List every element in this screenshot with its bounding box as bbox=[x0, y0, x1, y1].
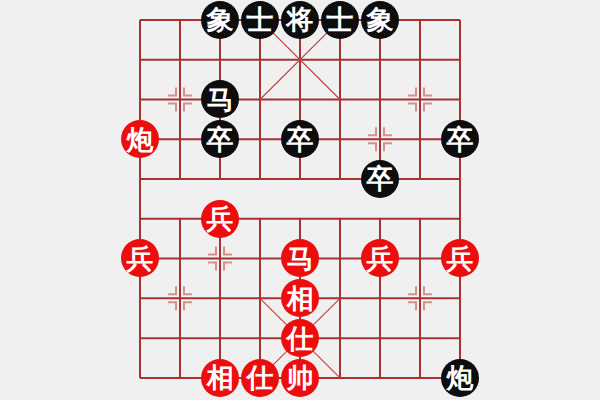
piece-black-horse[interactable]: 马 bbox=[201, 80, 239, 118]
piece-black-soldier[interactable]: 卒 bbox=[201, 120, 239, 158]
piece-red-elephant[interactable]: 相 bbox=[201, 359, 239, 397]
piece-black-soldier[interactable]: 卒 bbox=[361, 160, 399, 198]
piece-red-cannon[interactable]: 炮 bbox=[121, 120, 159, 158]
piece-red-elephant[interactable]: 相 bbox=[281, 279, 319, 317]
piece-red-soldier[interactable]: 兵 bbox=[201, 200, 239, 238]
piece-red-soldier[interactable]: 兵 bbox=[121, 239, 159, 277]
piece-red-advisor[interactable]: 仕 bbox=[241, 359, 279, 397]
xiangqi-board[interactable]: 象士将士象马炮卒卒卒卒兵兵马兵兵相仕相仕帅炮 bbox=[120, 0, 480, 398]
piece-red-general[interactable]: 帅 bbox=[281, 359, 319, 397]
piece-black-soldier[interactable]: 卒 bbox=[441, 120, 479, 158]
piece-black-cannon[interactable]: 炮 bbox=[441, 359, 479, 397]
piece-black-soldier[interactable]: 卒 bbox=[281, 120, 319, 158]
piece-black-advisor[interactable]: 士 bbox=[241, 1, 279, 39]
pieces-layer: 象士将士象马炮卒卒卒卒兵兵马兵兵相仕相仕帅炮 bbox=[120, 0, 480, 398]
piece-red-soldier[interactable]: 兵 bbox=[361, 239, 399, 277]
piece-black-elephant[interactable]: 象 bbox=[361, 1, 399, 39]
piece-red-advisor[interactable]: 仕 bbox=[281, 319, 319, 357]
piece-black-elephant[interactable]: 象 bbox=[201, 1, 239, 39]
piece-red-soldier[interactable]: 兵 bbox=[441, 239, 479, 277]
piece-black-general[interactable]: 将 bbox=[281, 1, 319, 39]
piece-black-advisor[interactable]: 士 bbox=[321, 1, 359, 39]
xiangqi-screenshot: 象士将士象马炮卒卒卒卒兵兵马兵兵相仕相仕帅炮 bbox=[0, 0, 600, 400]
piece-red-horse[interactable]: 马 bbox=[281, 239, 319, 277]
